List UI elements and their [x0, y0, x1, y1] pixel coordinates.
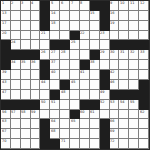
clue-number: 65: [71, 119, 75, 122]
clue-number: 13: [2, 11, 6, 14]
clue-number: 59: [31, 110, 35, 113]
clue-number: 54: [120, 100, 124, 103]
white-cell[interactable]: 17: [1, 21, 11, 31]
white-cell[interactable]: 48: [60, 90, 70, 100]
clue-number: 29: [100, 50, 104, 53]
clue-number: 42: [110, 70, 114, 73]
clue-number: 18: [51, 21, 55, 24]
white-cell[interactable]: [90, 31, 100, 41]
white-cell[interactable]: 19: [110, 21, 120, 31]
black-cell: [129, 90, 139, 100]
white-cell[interactable]: 71: [60, 139, 70, 149]
clue-number: 51: [51, 100, 55, 103]
black-cell: [110, 40, 120, 50]
white-cell[interactable]: 62: [139, 110, 149, 120]
white-cell[interactable]: [21, 70, 31, 80]
white-cell[interactable]: [40, 90, 50, 100]
black-cell: [40, 11, 50, 21]
white-cell[interactable]: 42: [110, 70, 120, 80]
white-cell[interactable]: [139, 70, 149, 80]
white-cell[interactable]: [119, 60, 129, 70]
white-cell[interactable]: [11, 21, 21, 31]
white-cell[interactable]: [11, 80, 21, 90]
white-cell[interactable]: 36: [31, 60, 41, 70]
white-cell[interactable]: 24: [11, 40, 21, 50]
clue-number: 27: [51, 50, 55, 53]
white-cell[interactable]: 53: [110, 100, 120, 110]
white-cell[interactable]: 38: [90, 60, 100, 70]
white-cell[interactable]: 13: [1, 11, 11, 21]
clue-number: 57: [11, 110, 15, 113]
white-cell[interactable]: 2: [11, 1, 21, 11]
white-cell[interactable]: [100, 60, 110, 70]
black-cell: [70, 110, 80, 120]
white-cell[interactable]: [129, 110, 139, 120]
white-cell[interactable]: [11, 70, 21, 80]
black-cell: [40, 139, 50, 149]
white-cell[interactable]: 56: [1, 110, 11, 120]
clue-number: 58: [21, 110, 25, 113]
white-cell[interactable]: [100, 110, 110, 120]
white-cell[interactable]: [50, 31, 60, 41]
clue-number: 45: [71, 80, 75, 83]
white-cell[interactable]: [31, 40, 41, 50]
white-cell[interactable]: [90, 139, 100, 149]
black-cell: [40, 70, 50, 80]
white-cell[interactable]: 26: [40, 50, 50, 60]
clue-number: 7: [71, 1, 73, 4]
clue-number: 68: [51, 129, 55, 132]
clue-number: 23: [100, 31, 104, 34]
white-cell[interactable]: [11, 119, 21, 129]
clue-number: 2: [11, 1, 13, 4]
white-cell[interactable]: [31, 139, 41, 149]
white-cell[interactable]: 68: [50, 129, 60, 139]
crossword-grid: 1234567891011121314151617181920212223242…: [0, 0, 150, 150]
black-cell: [90, 100, 100, 110]
white-cell[interactable]: [60, 11, 70, 21]
clue-number: 24: [11, 40, 15, 43]
white-cell[interactable]: 66: [110, 119, 120, 129]
white-cell[interactable]: 31: [119, 50, 129, 60]
clue-number: 69: [110, 129, 114, 132]
white-cell[interactable]: 39: [1, 70, 11, 80]
white-cell[interactable]: 72: [110, 139, 120, 149]
white-cell[interactable]: 25: [70, 40, 80, 50]
white-cell[interactable]: [129, 80, 139, 90]
clue-number: 21: [41, 31, 45, 34]
black-cell: [100, 139, 110, 149]
white-cell[interactable]: [11, 31, 21, 41]
white-cell[interactable]: [119, 110, 129, 120]
white-cell[interactable]: [129, 31, 139, 41]
white-cell[interactable]: [21, 139, 31, 149]
clue-number: 67: [2, 129, 6, 132]
white-cell[interactable]: [90, 80, 100, 90]
white-cell[interactable]: [110, 60, 120, 70]
clue-number: 64: [51, 119, 55, 122]
clue-number: 22: [80, 31, 84, 34]
clue-number: 66: [110, 119, 114, 122]
clue-number: 26: [41, 50, 45, 53]
white-cell[interactable]: 41: [80, 70, 90, 80]
white-cell[interactable]: 10: [119, 1, 129, 11]
white-cell[interactable]: [119, 129, 129, 139]
clue-number: 36: [31, 60, 35, 63]
white-cell[interactable]: [31, 11, 41, 21]
clue-number: 11: [130, 1, 134, 4]
clue-number: 30: [110, 50, 114, 53]
clue-number: 12: [140, 1, 144, 4]
clue-number: 46: [110, 80, 114, 83]
clue-number: 32: [130, 50, 134, 53]
clue-number: 35: [21, 60, 25, 63]
white-cell[interactable]: [90, 40, 100, 50]
white-cell[interactable]: [70, 50, 80, 60]
white-cell[interactable]: 6: [60, 1, 70, 11]
clue-number: 39: [2, 70, 6, 73]
white-cell[interactable]: 60: [80, 110, 90, 120]
white-cell[interactable]: [60, 21, 70, 31]
black-cell: [90, 1, 100, 11]
white-cell[interactable]: [50, 110, 60, 120]
clue-number: 48: [61, 90, 65, 93]
white-cell[interactable]: 3: [21, 1, 31, 11]
clue-number: 60: [80, 110, 84, 113]
white-cell[interactable]: [90, 70, 100, 80]
clue-number: 38: [90, 60, 94, 63]
white-cell[interactable]: [139, 129, 149, 139]
white-cell[interactable]: 1: [1, 1, 11, 11]
black-cell: [1, 60, 11, 70]
clue-number: 43: [2, 80, 6, 83]
white-cell[interactable]: 49: [100, 90, 110, 100]
white-cell[interactable]: 32: [129, 50, 139, 60]
clue-number: 44: [41, 80, 45, 83]
black-cell: [139, 90, 149, 100]
white-cell[interactable]: [129, 129, 139, 139]
clue-number: 50: [41, 100, 45, 103]
white-cell[interactable]: [70, 100, 80, 110]
clue-number: 61: [90, 110, 94, 113]
white-cell[interactable]: [60, 129, 70, 139]
white-cell[interactable]: [60, 119, 70, 129]
white-cell[interactable]: [80, 119, 90, 129]
clue-number: 3: [21, 1, 23, 4]
white-cell[interactable]: [70, 139, 80, 149]
white-cell[interactable]: [21, 31, 31, 41]
white-cell[interactable]: 23: [100, 31, 110, 41]
black-cell: [40, 60, 50, 70]
white-cell[interactable]: 52: [100, 100, 110, 110]
white-cell[interactable]: [11, 139, 21, 149]
clue-number: 1: [2, 1, 4, 4]
white-cell[interactable]: [21, 11, 31, 21]
white-cell[interactable]: [119, 21, 129, 31]
white-cell[interactable]: 64: [50, 119, 60, 129]
white-cell[interactable]: [129, 21, 139, 31]
clue-number: 41: [80, 70, 84, 73]
white-cell[interactable]: [90, 21, 100, 31]
black-cell: [40, 21, 50, 31]
white-cell[interactable]: 43: [1, 80, 11, 90]
black-cell: [11, 100, 21, 110]
black-cell: [100, 80, 110, 90]
white-cell[interactable]: [129, 11, 139, 21]
white-cell[interactable]: [70, 90, 80, 100]
white-cell[interactable]: 58: [21, 110, 31, 120]
white-cell[interactable]: 12: [139, 1, 149, 11]
clue-number: 17: [2, 21, 6, 24]
white-cell[interactable]: [70, 60, 80, 70]
white-cell[interactable]: 46: [110, 80, 120, 90]
white-cell[interactable]: 57: [11, 110, 21, 120]
white-cell[interactable]: 20: [1, 31, 11, 41]
white-cell[interactable]: 40: [50, 70, 60, 80]
white-cell[interactable]: [21, 21, 31, 31]
black-cell: [100, 1, 110, 11]
clue-number: 63: [2, 119, 6, 122]
clue-number: 31: [120, 50, 124, 53]
black-cell: [40, 119, 50, 129]
white-cell[interactable]: 44: [40, 80, 50, 90]
black-cell: [50, 139, 60, 149]
white-cell[interactable]: [11, 11, 21, 21]
white-cell[interactable]: [119, 31, 129, 41]
white-cell[interactable]: [119, 11, 129, 21]
clue-number: 6: [61, 1, 63, 4]
white-cell[interactable]: [129, 119, 139, 129]
clue-number: 25: [71, 40, 75, 43]
white-cell[interactable]: [139, 11, 149, 21]
black-cell: [139, 40, 149, 50]
white-cell[interactable]: 61: [90, 110, 100, 120]
clue-number: 52: [100, 100, 104, 103]
black-cell: [119, 40, 129, 50]
clue-number: 37: [51, 60, 55, 63]
white-cell[interactable]: 7: [70, 1, 80, 11]
black-cell: [90, 50, 100, 60]
white-cell[interactable]: [70, 11, 80, 21]
white-cell[interactable]: 65: [70, 119, 80, 129]
white-cell[interactable]: 16: [110, 11, 120, 21]
white-cell[interactable]: 34: [11, 60, 21, 70]
white-cell[interactable]: [139, 119, 149, 129]
white-cell[interactable]: [31, 129, 41, 139]
white-cell[interactable]: [129, 60, 139, 70]
black-cell: [80, 60, 90, 70]
white-cell[interactable]: 18: [50, 21, 60, 31]
white-cell[interactable]: [31, 70, 41, 80]
white-cell[interactable]: [100, 40, 110, 50]
clue-number: 55: [130, 100, 134, 103]
clue-number: 19: [110, 21, 114, 24]
black-cell: [60, 40, 70, 50]
clue-number: 14: [51, 11, 55, 14]
white-cell[interactable]: 30: [110, 50, 120, 60]
white-cell[interactable]: [40, 110, 50, 120]
white-cell[interactable]: [21, 129, 31, 139]
white-cell[interactable]: [80, 21, 90, 31]
clue-number: 15: [90, 11, 94, 14]
white-cell[interactable]: 51: [50, 100, 60, 110]
white-cell[interactable]: 47: [1, 90, 11, 100]
white-cell[interactable]: 35: [21, 60, 31, 70]
white-cell[interactable]: [90, 119, 100, 129]
clue-number: 16: [110, 11, 114, 14]
clue-number: 62: [140, 110, 144, 113]
white-cell[interactable]: 9: [110, 1, 120, 11]
clue-number: 72: [110, 139, 114, 142]
black-cell: [129, 40, 139, 50]
white-cell[interactable]: [139, 31, 149, 41]
black-cell: [80, 100, 90, 110]
white-cell[interactable]: [139, 139, 149, 149]
black-cell: [60, 80, 70, 90]
white-cell[interactable]: [80, 129, 90, 139]
white-cell[interactable]: [90, 129, 100, 139]
white-cell[interactable]: [119, 139, 129, 149]
black-cell: [100, 70, 110, 80]
white-cell[interactable]: [129, 70, 139, 80]
clue-number: 9: [110, 1, 112, 4]
white-cell[interactable]: [31, 21, 41, 31]
black-cell: [40, 1, 50, 11]
white-cell[interactable]: 69: [110, 129, 120, 139]
clue-number: 8: [80, 1, 82, 4]
white-cell[interactable]: 54: [119, 100, 129, 110]
clue-number: 28: [61, 50, 65, 53]
white-cell[interactable]: [31, 90, 41, 100]
white-cell[interactable]: [60, 110, 70, 120]
white-cell[interactable]: [50, 80, 60, 90]
white-cell[interactable]: [21, 40, 31, 50]
white-cell[interactable]: [31, 80, 41, 90]
white-cell[interactable]: 11: [129, 1, 139, 11]
white-cell[interactable]: 63: [1, 119, 11, 129]
clue-number: 33: [140, 50, 144, 53]
clue-number: 53: [110, 100, 114, 103]
black-cell: [100, 21, 110, 31]
black-cell: [100, 119, 110, 129]
white-cell[interactable]: [119, 119, 129, 129]
white-cell[interactable]: 33: [139, 50, 149, 60]
white-cell[interactable]: [60, 100, 70, 110]
white-cell[interactable]: [129, 139, 139, 149]
white-cell[interactable]: 22: [80, 31, 90, 41]
black-cell: [50, 90, 60, 100]
white-cell[interactable]: [139, 21, 149, 31]
black-cell: [100, 129, 110, 139]
white-cell[interactable]: [80, 90, 90, 100]
black-cell: [70, 31, 80, 41]
clue-number: 20: [2, 31, 6, 34]
white-cell[interactable]: 5: [50, 1, 60, 11]
white-cell[interactable]: 55: [129, 100, 139, 110]
clue-number: 71: [61, 139, 65, 142]
white-cell[interactable]: 50: [40, 100, 50, 110]
white-cell[interactable]: 14: [50, 11, 60, 21]
clue-number: 56: [2, 110, 6, 113]
white-cell[interactable]: [110, 31, 120, 41]
clue-number: 49: [100, 90, 104, 93]
white-cell[interactable]: [110, 110, 120, 120]
white-cell[interactable]: 27: [50, 50, 60, 60]
black-cell: [21, 100, 31, 110]
black-cell: [1, 50, 11, 60]
clue-number: 10: [120, 1, 124, 4]
white-cell[interactable]: [11, 90, 21, 100]
clue-number: 40: [51, 70, 55, 73]
white-cell[interactable]: [80, 139, 90, 149]
black-cell: [139, 100, 149, 110]
white-cell[interactable]: 8: [80, 1, 90, 11]
white-cell[interactable]: 59: [31, 110, 41, 120]
white-cell[interactable]: 37: [50, 60, 60, 70]
white-cell[interactable]: 67: [1, 129, 11, 139]
black-cell: [31, 100, 41, 110]
white-cell[interactable]: [90, 90, 100, 100]
clue-number: 47: [2, 90, 6, 93]
black-cell: [100, 11, 110, 21]
white-cell[interactable]: [60, 70, 70, 80]
white-cell[interactable]: [11, 129, 21, 139]
white-cell[interactable]: [60, 31, 70, 41]
black-cell: [139, 80, 149, 90]
white-cell[interactable]: [31, 31, 41, 41]
black-cell: [119, 90, 129, 100]
white-cell[interactable]: [21, 90, 31, 100]
white-cell[interactable]: 28: [60, 50, 70, 60]
white-cell[interactable]: [21, 80, 31, 90]
white-cell[interactable]: [70, 21, 80, 31]
white-cell[interactable]: [60, 60, 70, 70]
clue-number: 4: [31, 1, 33, 4]
clue-number: 5: [51, 1, 53, 4]
white-cell[interactable]: [40, 40, 50, 50]
white-cell[interactable]: 45: [70, 80, 80, 90]
white-cell[interactable]: 70: [1, 139, 11, 149]
white-cell[interactable]: [80, 50, 90, 60]
black-cell: [50, 40, 60, 50]
white-cell[interactable]: [119, 70, 129, 80]
black-cell: [1, 100, 11, 110]
white-cell[interactable]: [80, 11, 90, 21]
white-cell[interactable]: [80, 80, 90, 90]
white-cell[interactable]: [119, 80, 129, 90]
white-cell[interactable]: [70, 70, 80, 80]
black-cell: [40, 129, 50, 139]
black-cell: [21, 50, 31, 60]
white-cell[interactable]: 29: [100, 50, 110, 60]
white-cell[interactable]: 15: [90, 11, 100, 21]
black-cell: [11, 50, 21, 60]
black-cell: [31, 50, 41, 60]
black-cell: [1, 40, 11, 50]
black-cell: [110, 90, 120, 100]
white-cell[interactable]: [80, 40, 90, 50]
clue-number: 34: [11, 60, 15, 63]
white-cell[interactable]: [139, 60, 149, 70]
white-cell[interactable]: [31, 119, 41, 129]
white-cell[interactable]: [21, 119, 31, 129]
white-cell[interactable]: 21: [40, 31, 50, 41]
white-cell[interactable]: [70, 129, 80, 139]
clue-number: 70: [2, 139, 6, 142]
white-cell[interactable]: 4: [31, 1, 41, 11]
